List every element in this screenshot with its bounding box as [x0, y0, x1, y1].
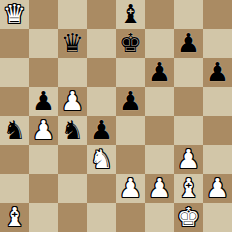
square-e4[interactable] — [116, 116, 145, 145]
square-g7[interactable]: ♟ — [174, 29, 203, 58]
chess-board: ♛♝♛♚♟♟♟♟♟♟♞♟♞♟♞♟♟♟♝♟♝♚ — [0, 0, 232, 232]
square-g1[interactable]: ♚ — [174, 203, 203, 232]
black-knight[interactable]: ♞ — [61, 116, 84, 145]
square-b2[interactable] — [29, 174, 58, 203]
square-f3[interactable] — [145, 145, 174, 174]
white-pawn[interactable]: ♟ — [206, 174, 229, 203]
black-pawn[interactable]: ♟ — [119, 87, 142, 116]
square-g6[interactable] — [174, 58, 203, 87]
white-pawn[interactable]: ♟ — [119, 174, 142, 203]
square-d1[interactable] — [87, 203, 116, 232]
white-pawn[interactable]: ♟ — [61, 87, 84, 116]
square-f5[interactable] — [145, 87, 174, 116]
square-c8[interactable] — [58, 0, 87, 29]
white-king[interactable]: ♚ — [177, 203, 200, 232]
square-c5[interactable]: ♟ — [58, 87, 87, 116]
square-e8[interactable]: ♝ — [116, 0, 145, 29]
black-queen[interactable]: ♛ — [61, 29, 84, 58]
square-e3[interactable] — [116, 145, 145, 174]
black-knight[interactable]: ♞ — [3, 116, 26, 145]
square-f2[interactable]: ♟ — [145, 174, 174, 203]
square-d2[interactable] — [87, 174, 116, 203]
black-king[interactable]: ♚ — [119, 29, 142, 58]
square-g8[interactable] — [174, 0, 203, 29]
square-d5[interactable] — [87, 87, 116, 116]
square-f1[interactable] — [145, 203, 174, 232]
square-c6[interactable] — [58, 58, 87, 87]
square-h8[interactable] — [203, 0, 232, 29]
square-d8[interactable] — [87, 0, 116, 29]
square-d6[interactable] — [87, 58, 116, 87]
square-f8[interactable] — [145, 0, 174, 29]
square-e5[interactable]: ♟ — [116, 87, 145, 116]
square-d4[interactable]: ♟ — [87, 116, 116, 145]
square-b4[interactable]: ♟ — [29, 116, 58, 145]
square-a5[interactable] — [0, 87, 29, 116]
square-f4[interactable] — [145, 116, 174, 145]
white-knight[interactable]: ♞ — [90, 145, 113, 174]
square-g5[interactable] — [174, 87, 203, 116]
square-h5[interactable] — [203, 87, 232, 116]
square-d7[interactable] — [87, 29, 116, 58]
square-d3[interactable]: ♞ — [87, 145, 116, 174]
square-b7[interactable] — [29, 29, 58, 58]
square-h4[interactable] — [203, 116, 232, 145]
black-pawn[interactable]: ♟ — [90, 116, 113, 145]
square-h1[interactable] — [203, 203, 232, 232]
square-h3[interactable] — [203, 145, 232, 174]
square-h7[interactable] — [203, 29, 232, 58]
square-e6[interactable] — [116, 58, 145, 87]
black-pawn[interactable]: ♟ — [32, 87, 55, 116]
white-bishop[interactable]: ♝ — [3, 203, 26, 232]
square-b6[interactable] — [29, 58, 58, 87]
square-b1[interactable] — [29, 203, 58, 232]
white-pawn[interactable]: ♟ — [148, 174, 171, 203]
square-b8[interactable] — [29, 0, 58, 29]
square-e7[interactable]: ♚ — [116, 29, 145, 58]
square-a7[interactable] — [0, 29, 29, 58]
square-c3[interactable] — [58, 145, 87, 174]
white-bishop[interactable]: ♝ — [177, 174, 200, 203]
square-g4[interactable] — [174, 116, 203, 145]
square-a8[interactable]: ♛ — [0, 0, 29, 29]
square-a3[interactable] — [0, 145, 29, 174]
square-h2[interactable]: ♟ — [203, 174, 232, 203]
black-bishop[interactable]: ♝ — [119, 0, 142, 29]
white-pawn[interactable]: ♟ — [32, 116, 55, 145]
square-f7[interactable] — [145, 29, 174, 58]
square-e1[interactable] — [116, 203, 145, 232]
square-a6[interactable] — [0, 58, 29, 87]
white-pawn[interactable]: ♟ — [177, 145, 200, 174]
black-pawn[interactable]: ♟ — [148, 58, 171, 87]
square-e2[interactable]: ♟ — [116, 174, 145, 203]
square-b3[interactable] — [29, 145, 58, 174]
square-f6[interactable]: ♟ — [145, 58, 174, 87]
square-a1[interactable]: ♝ — [0, 203, 29, 232]
square-c1[interactable] — [58, 203, 87, 232]
black-pawn[interactable]: ♟ — [177, 29, 200, 58]
square-c2[interactable] — [58, 174, 87, 203]
square-a2[interactable] — [0, 174, 29, 203]
square-c4[interactable]: ♞ — [58, 116, 87, 145]
black-pawn[interactable]: ♟ — [206, 58, 229, 87]
square-h6[interactable]: ♟ — [203, 58, 232, 87]
square-a4[interactable]: ♞ — [0, 116, 29, 145]
square-b5[interactable]: ♟ — [29, 87, 58, 116]
square-c7[interactable]: ♛ — [58, 29, 87, 58]
square-g3[interactable]: ♟ — [174, 145, 203, 174]
white-queen[interactable]: ♛ — [3, 0, 26, 29]
square-g2[interactable]: ♝ — [174, 174, 203, 203]
